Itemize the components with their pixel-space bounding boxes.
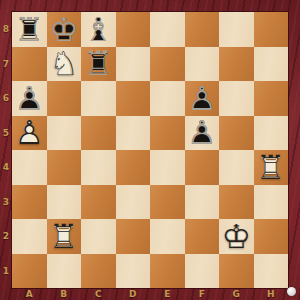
square-a8[interactable]: ♜♖	[12, 12, 47, 47]
piece-white-pawn-a5[interactable]: ♟♙	[12, 116, 47, 151]
square-d6[interactable]	[116, 81, 151, 116]
square-c5[interactable]	[81, 116, 116, 151]
square-e5[interactable]	[150, 116, 185, 151]
square-e7[interactable]	[150, 47, 185, 82]
rook-glyph-outline: ♖	[12, 12, 47, 47]
rank-label-3: 3	[0, 185, 12, 220]
square-f2[interactable]	[185, 219, 220, 254]
square-a4[interactable]	[12, 150, 47, 185]
square-a6[interactable]: ♟♙	[12, 81, 47, 116]
file-labels: ABCDEFGH	[12, 288, 288, 300]
piece-white-king-g2[interactable]: ♚♔	[219, 219, 254, 254]
square-b6[interactable]	[47, 81, 82, 116]
square-d2[interactable]	[116, 219, 151, 254]
file-label-a: A	[12, 288, 47, 300]
square-h1[interactable]	[254, 254, 289, 289]
rank-labels: 87654321	[0, 12, 12, 288]
square-b7[interactable]: ♞♘	[47, 47, 82, 82]
piece-black-rook-c7[interactable]: ♜♖	[81, 47, 116, 82]
square-a1[interactable]	[12, 254, 47, 289]
file-label-e: E	[150, 288, 185, 300]
square-d5[interactable]	[116, 116, 151, 151]
pawn-glyph-outline: ♙	[185, 116, 220, 151]
file-label-f: F	[185, 288, 220, 300]
chess-board-frame: 87654321 ABCDEFGH ♜♖♚♔♝♗♞♘♜♖♟♙♟♙♟♙♟♙♜♖♜♖…	[0, 0, 300, 300]
square-h5[interactable]	[254, 116, 289, 151]
square-h8[interactable]	[254, 12, 289, 47]
rank-label-4: 4	[0, 150, 12, 185]
square-c8[interactable]: ♝♗	[81, 12, 116, 47]
square-d4[interactable]	[116, 150, 151, 185]
square-g8[interactable]	[219, 12, 254, 47]
square-c6[interactable]	[81, 81, 116, 116]
square-g1[interactable]	[219, 254, 254, 289]
file-label-d: D	[116, 288, 151, 300]
square-b5[interactable]	[47, 116, 82, 151]
piece-black-pawn-f5[interactable]: ♟♙	[185, 116, 220, 151]
square-g5[interactable]	[219, 116, 254, 151]
piece-white-knight-b7[interactable]: ♞♘	[47, 47, 82, 82]
square-b1[interactable]	[47, 254, 82, 289]
king-glyph-outline: ♔	[219, 219, 254, 254]
square-d8[interactable]	[116, 12, 151, 47]
piece-black-pawn-a6[interactable]: ♟♙	[12, 81, 47, 116]
square-f5[interactable]: ♟♙	[185, 116, 220, 151]
square-e2[interactable]	[150, 219, 185, 254]
rank-label-5: 5	[0, 116, 12, 151]
square-a5[interactable]: ♟♙	[12, 116, 47, 151]
rank-label-1: 1	[0, 254, 12, 289]
square-e3[interactable]	[150, 185, 185, 220]
white-to-move-indicator	[287, 287, 296, 296]
rook-glyph-outline: ♖	[254, 150, 289, 185]
square-b3[interactable]	[47, 185, 82, 220]
rook-glyph-outline: ♖	[47, 219, 82, 254]
square-g7[interactable]	[219, 47, 254, 82]
square-f7[interactable]	[185, 47, 220, 82]
square-g6[interactable]	[219, 81, 254, 116]
square-f1[interactable]	[185, 254, 220, 289]
piece-black-pawn-f6[interactable]: ♟♙	[185, 81, 220, 116]
rank-label-8: 8	[0, 12, 12, 47]
square-d3[interactable]	[116, 185, 151, 220]
king-glyph-outline: ♔	[47, 12, 82, 47]
square-b8[interactable]: ♚♔	[47, 12, 82, 47]
rook-glyph-outline: ♖	[81, 47, 116, 82]
square-a2[interactable]	[12, 219, 47, 254]
square-g4[interactable]	[219, 150, 254, 185]
square-b4[interactable]	[47, 150, 82, 185]
pawn-glyph-outline: ♙	[12, 116, 47, 151]
square-h7[interactable]	[254, 47, 289, 82]
bishop-glyph-outline: ♗	[81, 12, 116, 47]
square-g3[interactable]	[219, 185, 254, 220]
square-c3[interactable]	[81, 185, 116, 220]
rank-label-2: 2	[0, 219, 12, 254]
square-e8[interactable]	[150, 12, 185, 47]
square-e6[interactable]	[150, 81, 185, 116]
piece-white-rook-h4[interactable]: ♜♖	[254, 150, 289, 185]
square-e4[interactable]	[150, 150, 185, 185]
pawn-glyph-outline: ♙	[12, 81, 47, 116]
square-f4[interactable]	[185, 150, 220, 185]
chess-board: ♜♖♚♔♝♗♞♘♜♖♟♙♟♙♟♙♟♙♜♖♜♖♚♔	[12, 12, 288, 288]
square-c2[interactable]	[81, 219, 116, 254]
piece-white-rook-b2[interactable]: ♜♖	[47, 219, 82, 254]
square-f6[interactable]: ♟♙	[185, 81, 220, 116]
square-c1[interactable]	[81, 254, 116, 289]
pawn-glyph-outline: ♙	[185, 81, 220, 116]
square-c4[interactable]	[81, 150, 116, 185]
piece-black-king-b8[interactable]: ♚♔	[47, 12, 82, 47]
rank-label-7: 7	[0, 47, 12, 82]
square-c7[interactable]: ♜♖	[81, 47, 116, 82]
square-d1[interactable]	[116, 254, 151, 289]
square-h3[interactable]	[254, 185, 289, 220]
square-b2[interactable]: ♜♖	[47, 219, 82, 254]
square-d7[interactable]	[116, 47, 151, 82]
square-f3[interactable]	[185, 185, 220, 220]
file-label-h: H	[254, 288, 289, 300]
square-a7[interactable]	[12, 47, 47, 82]
square-e1[interactable]	[150, 254, 185, 289]
square-h4[interactable]: ♜♖	[254, 150, 289, 185]
file-label-c: C	[81, 288, 116, 300]
square-a3[interactable]	[12, 185, 47, 220]
piece-black-rook-a8[interactable]: ♜♖	[12, 12, 47, 47]
square-h2[interactable]	[254, 219, 289, 254]
square-h6[interactable]	[254, 81, 289, 116]
file-label-b: B	[47, 288, 82, 300]
square-g2[interactable]: ♚♔	[219, 219, 254, 254]
rank-label-6: 6	[0, 81, 12, 116]
square-f8[interactable]	[185, 12, 220, 47]
piece-black-bishop-c8[interactable]: ♝♗	[81, 12, 116, 47]
knight-glyph-outline: ♘	[47, 47, 82, 82]
file-label-g: G	[219, 288, 254, 300]
